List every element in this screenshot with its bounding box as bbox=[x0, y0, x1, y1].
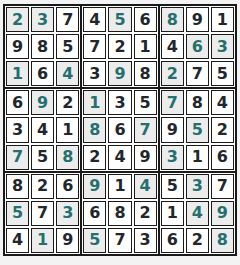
cell-r5c4[interactable]: 8 bbox=[83, 117, 106, 142]
cell-r1c2[interactable]: 3 bbox=[31, 7, 54, 32]
cell-r9c1[interactable]: 4 bbox=[6, 228, 29, 253]
cell-r7c3[interactable]: 6 bbox=[56, 174, 79, 199]
cell-r9c5[interactable]: 7 bbox=[108, 228, 131, 253]
cell-r8c1[interactable]: 5 bbox=[6, 201, 29, 226]
box-5: 135867249 bbox=[82, 89, 157, 170]
cell-r4c5[interactable]: 3 bbox=[108, 90, 131, 115]
cell-r8c5[interactable]: 8 bbox=[108, 201, 131, 226]
cell-r9c6[interactable]: 3 bbox=[134, 228, 157, 253]
cell-r3c3[interactable]: 4 bbox=[56, 61, 79, 86]
cell-r2c7[interactable]: 4 bbox=[161, 34, 184, 59]
cell-r2c6[interactable]: 1 bbox=[134, 34, 157, 59]
cell-r2c3[interactable]: 5 bbox=[56, 34, 79, 59]
cell-r4c8[interactable]: 8 bbox=[186, 90, 209, 115]
cell-r2c1[interactable]: 9 bbox=[6, 34, 29, 59]
cell-r5c2[interactable]: 4 bbox=[31, 117, 54, 142]
cell-r8c3[interactable]: 3 bbox=[56, 201, 79, 226]
cell-r9c8[interactable]: 2 bbox=[186, 228, 209, 253]
cell-r1c7[interactable]: 8 bbox=[161, 7, 184, 32]
cell-r4c9[interactable]: 4 bbox=[211, 90, 234, 115]
cell-r6c6[interactable]: 9 bbox=[134, 145, 157, 170]
cell-r1c1[interactable]: 2 bbox=[6, 7, 29, 32]
cell-r2c2[interactable]: 8 bbox=[31, 34, 54, 59]
cell-r8c6[interactable]: 2 bbox=[134, 201, 157, 226]
cell-r9c9[interactable]: 8 bbox=[211, 228, 234, 253]
cell-r4c2[interactable]: 9 bbox=[31, 90, 54, 115]
cell-r3c4[interactable]: 3 bbox=[83, 61, 106, 86]
box-6: 784952316 bbox=[160, 89, 235, 170]
cell-r9c3[interactable]: 9 bbox=[56, 228, 79, 253]
cell-r3c2[interactable]: 6 bbox=[31, 61, 54, 86]
cell-r4c4[interactable]: 1 bbox=[83, 90, 106, 115]
cell-r1c6[interactable]: 6 bbox=[134, 7, 157, 32]
cell-r8c7[interactable]: 1 bbox=[161, 201, 184, 226]
cell-r7c6[interactable]: 4 bbox=[134, 174, 157, 199]
cell-r9c7[interactable]: 6 bbox=[161, 228, 184, 253]
cell-r1c8[interactable]: 9 bbox=[186, 7, 209, 32]
cell-r2c5[interactable]: 2 bbox=[108, 34, 131, 59]
cell-r7c1[interactable]: 8 bbox=[6, 174, 29, 199]
cell-r9c4[interactable]: 5 bbox=[83, 228, 106, 253]
cell-r6c5[interactable]: 4 bbox=[108, 145, 131, 170]
cell-r7c4[interactable]: 9 bbox=[83, 174, 106, 199]
cell-r9c2[interactable]: 1 bbox=[31, 228, 54, 253]
cell-r6c1[interactable]: 7 bbox=[6, 145, 29, 170]
cell-r3c8[interactable]: 7 bbox=[186, 61, 209, 86]
cell-r7c5[interactable]: 1 bbox=[108, 174, 131, 199]
cell-r3c5[interactable]: 9 bbox=[108, 61, 131, 86]
cell-r5c9[interactable]: 2 bbox=[211, 117, 234, 142]
cell-r8c8[interactable]: 4 bbox=[186, 201, 209, 226]
cell-r7c7[interactable]: 5 bbox=[161, 174, 184, 199]
box-2: 456721398 bbox=[82, 6, 157, 87]
box-1: 237985164 bbox=[5, 6, 80, 87]
box-3: 891463275 bbox=[160, 6, 235, 87]
cell-r6c4[interactable]: 2 bbox=[83, 145, 106, 170]
cell-r8c2[interactable]: 7 bbox=[31, 201, 54, 226]
cell-r6c2[interactable]: 5 bbox=[31, 145, 54, 170]
cell-r6c3[interactable]: 8 bbox=[56, 145, 79, 170]
cell-r8c9[interactable]: 9 bbox=[211, 201, 234, 226]
cell-r4c6[interactable]: 5 bbox=[134, 90, 157, 115]
cell-r7c9[interactable]: 7 bbox=[211, 174, 234, 199]
cell-r4c1[interactable]: 6 bbox=[6, 90, 29, 115]
cell-r3c6[interactable]: 8 bbox=[134, 61, 157, 86]
cell-r3c7[interactable]: 2 bbox=[161, 61, 184, 86]
box-4: 692341758 bbox=[5, 89, 80, 170]
box-9: 537149628 bbox=[160, 173, 235, 254]
cell-r6c7[interactable]: 3 bbox=[161, 145, 184, 170]
cell-r3c9[interactable]: 5 bbox=[211, 61, 234, 86]
cell-r7c2[interactable]: 2 bbox=[31, 174, 54, 199]
sudoku-board: 2379851644567213988914632756923417581358… bbox=[3, 4, 237, 256]
cell-r2c4[interactable]: 7 bbox=[83, 34, 106, 59]
cell-r3c1[interactable]: 1 bbox=[6, 61, 29, 86]
cell-r1c5[interactable]: 5 bbox=[108, 7, 131, 32]
cell-r5c1[interactable]: 3 bbox=[6, 117, 29, 142]
cell-r5c6[interactable]: 7 bbox=[134, 117, 157, 142]
cell-r1c4[interactable]: 4 bbox=[83, 7, 106, 32]
cell-r5c8[interactable]: 5 bbox=[186, 117, 209, 142]
cell-r7c8[interactable]: 3 bbox=[186, 174, 209, 199]
cell-r5c7[interactable]: 9 bbox=[161, 117, 184, 142]
cell-r1c3[interactable]: 7 bbox=[56, 7, 79, 32]
cell-r4c7[interactable]: 7 bbox=[161, 90, 184, 115]
cell-r2c9[interactable]: 3 bbox=[211, 34, 234, 59]
cell-r4c3[interactable]: 2 bbox=[56, 90, 79, 115]
cell-r2c8[interactable]: 6 bbox=[186, 34, 209, 59]
cell-r6c9[interactable]: 6 bbox=[211, 145, 234, 170]
box-7: 826573419 bbox=[5, 173, 80, 254]
cell-r1c9[interactable]: 1 bbox=[211, 7, 234, 32]
cell-r5c3[interactable]: 1 bbox=[56, 117, 79, 142]
cell-r6c8[interactable]: 1 bbox=[186, 145, 209, 170]
box-8: 914682573 bbox=[82, 173, 157, 254]
cell-r5c5[interactable]: 6 bbox=[108, 117, 131, 142]
cell-r8c4[interactable]: 6 bbox=[83, 201, 106, 226]
